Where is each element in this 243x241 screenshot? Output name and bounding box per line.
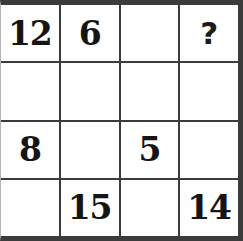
- grid-cell-r0c1: 6: [61, 5, 119, 61]
- grid-cell-r2c3: [180, 122, 238, 178]
- grid-cell-r3c2: [121, 180, 179, 236]
- grid-cell-r2c2: 5: [121, 122, 179, 178]
- puzzle-board: 12 6 ? 8 5 15 14: [0, 0, 243, 241]
- grid-cell-r0c3-missing-value: ?: [180, 5, 238, 61]
- grid-cell-r3c3: 14: [180, 180, 238, 236]
- grid-cell-r1c0: [1, 63, 59, 119]
- grid-cell-r3c0: [1, 180, 59, 236]
- grid-cell-r2c1: [61, 122, 119, 178]
- grid-cell-r1c2: [121, 63, 179, 119]
- grid-cell-r1c1: [61, 63, 119, 119]
- grid-cell-r0c0: 12: [1, 5, 59, 61]
- puzzle-grid: 12 6 ? 8 5 15 14: [1, 5, 238, 236]
- grid-cell-r2c0: 8: [1, 122, 59, 178]
- grid-cell-r0c2: [121, 5, 179, 61]
- grid-cell-r1c3: [180, 63, 238, 119]
- grid-cell-r3c1: 15: [61, 180, 119, 236]
